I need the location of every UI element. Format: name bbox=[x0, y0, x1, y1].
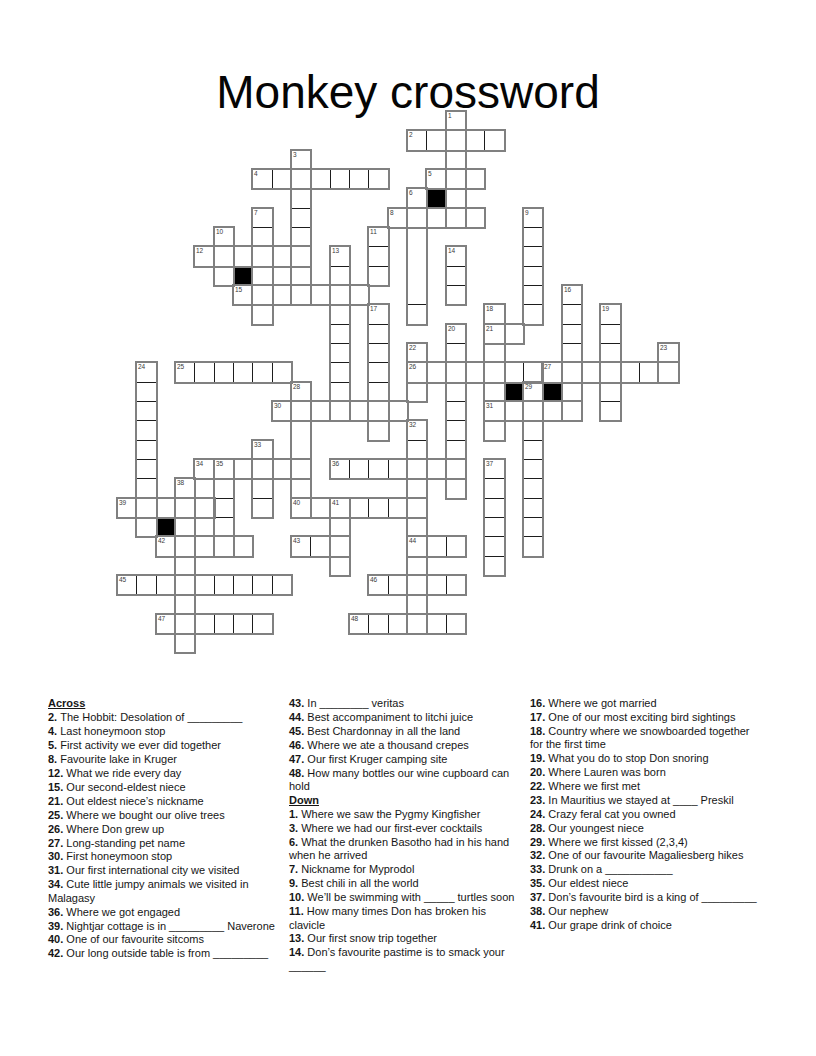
cell-number: 23 bbox=[660, 344, 667, 352]
clue-list-header-across: Across bbox=[48, 697, 275, 710]
grid-cell[interactable] bbox=[175, 517, 195, 537]
clue-24-down: 24. Crazy feral cat you owned bbox=[530, 808, 757, 821]
grid-cell[interactable] bbox=[175, 498, 195, 518]
grid-cell[interactable] bbox=[175, 594, 195, 615]
grid-cell[interactable] bbox=[349, 169, 369, 189]
grid-cell[interactable] bbox=[272, 575, 292, 595]
grid-cell[interactable] bbox=[252, 575, 273, 595]
clue-31-across: 31. Our first international city we visi… bbox=[48, 864, 275, 877]
cell-number: 16 bbox=[564, 286, 571, 294]
grid-cell[interactable] bbox=[523, 285, 543, 305]
grid-cell[interactable] bbox=[407, 575, 427, 595]
grid-cell[interactable] bbox=[542, 401, 563, 421]
cell-number: 46 bbox=[370, 576, 377, 584]
grid-cell[interactable] bbox=[272, 362, 292, 383]
cell-number: 36 bbox=[332, 460, 339, 468]
cell-number: 24 bbox=[138, 363, 145, 371]
grid-cell[interactable] bbox=[407, 594, 427, 615]
grid-cell[interactable] bbox=[426, 208, 447, 228]
grid-cell[interactable] bbox=[407, 517, 427, 537]
grid-cell[interactable] bbox=[600, 343, 621, 363]
clue-36-across: 36. Where we got engaged bbox=[48, 906, 275, 919]
grid-cell[interactable] bbox=[368, 343, 389, 363]
grid-cell[interactable] bbox=[407, 304, 427, 325]
grid-cell[interactable] bbox=[368, 420, 389, 441]
grid-cell[interactable] bbox=[136, 420, 157, 441]
grid-cell[interactable] bbox=[233, 614, 253, 634]
clue-44-across: 44. Best accompaniment to litchi juice bbox=[289, 711, 516, 724]
grid-cell[interactable] bbox=[330, 169, 350, 189]
clue-column: 43. In ________ veritas44. Best accompan… bbox=[289, 697, 530, 974]
grid-cell[interactable] bbox=[310, 285, 331, 305]
clue-7-down: 7. Nickname for Myprodol bbox=[289, 863, 516, 876]
cell-number: 9 bbox=[525, 209, 529, 217]
clue-14-down: 14. Don’s favourite pastime is to smack … bbox=[289, 946, 516, 973]
grid-cell[interactable] bbox=[233, 246, 253, 267]
cell-number: 41 bbox=[332, 499, 339, 507]
cell-number: 13 bbox=[332, 247, 339, 255]
cell-number: 20 bbox=[448, 325, 455, 333]
grid-cell[interactable] bbox=[194, 536, 215, 557]
grid-cell[interactable] bbox=[291, 459, 311, 479]
grid-cell[interactable] bbox=[562, 343, 582, 363]
clue-8-across: 8. Favourite lake in Kruger bbox=[48, 753, 275, 766]
grid-cell[interactable] bbox=[368, 382, 389, 402]
grid-cell[interactable] bbox=[484, 498, 505, 518]
grid-cell[interactable] bbox=[407, 440, 427, 460]
grid-cell[interactable] bbox=[407, 556, 427, 576]
grid-cell[interactable] bbox=[175, 575, 195, 595]
grid-cell[interactable] bbox=[310, 169, 331, 189]
grid-cell[interactable] bbox=[136, 459, 157, 479]
grid-cell[interactable] bbox=[484, 362, 505, 383]
grid-cell[interactable] bbox=[446, 285, 466, 305]
cell-number: 25 bbox=[177, 363, 184, 371]
grid-cell[interactable] bbox=[446, 343, 466, 363]
clue-lists: Across2. The Hobbit: Desolation of _____… bbox=[48, 697, 772, 974]
grid-cell[interactable] bbox=[407, 498, 427, 518]
grid-cell[interactable] bbox=[136, 517, 157, 537]
grid-cell[interactable] bbox=[465, 208, 485, 228]
grid-cell[interactable] bbox=[233, 459, 253, 479]
grid-cell[interactable] bbox=[523, 478, 543, 499]
grid-cell[interactable] bbox=[175, 614, 195, 634]
cell-number: 19 bbox=[602, 305, 609, 313]
cell-number: 35 bbox=[216, 460, 223, 468]
grid-cell[interactable] bbox=[136, 440, 157, 460]
grid-cell[interactable] bbox=[330, 266, 350, 286]
grid-cell[interactable] bbox=[446, 382, 466, 402]
grid-cell[interactable] bbox=[136, 575, 157, 595]
grid-cell[interactable] bbox=[523, 304, 543, 325]
grid-cell[interactable] bbox=[368, 498, 389, 518]
grid-cell[interactable] bbox=[330, 304, 350, 325]
grid-cell[interactable] bbox=[484, 382, 505, 402]
clue-17-down: 17. One of our most exciting bird sighti… bbox=[530, 711, 757, 724]
cell-number: 17 bbox=[370, 305, 377, 313]
clue-21-across: 21. Out eldest niece’s nickname bbox=[48, 795, 275, 808]
cell-number: 18 bbox=[486, 305, 493, 313]
grid-cell[interactable] bbox=[136, 401, 157, 421]
grid-cell[interactable] bbox=[233, 575, 253, 595]
grid-cell[interactable] bbox=[272, 169, 292, 189]
grid-cell[interactable] bbox=[446, 478, 466, 499]
grid-cell[interactable] bbox=[291, 169, 311, 189]
crossword-board: 2458121521252627303134363940424344454647… bbox=[117, 111, 679, 653]
clue-26-across: 26. Where Don grew up bbox=[48, 823, 275, 836]
cell-number: 8 bbox=[390, 209, 394, 217]
grid-cell[interactable] bbox=[194, 498, 215, 518]
grid-cell[interactable] bbox=[194, 575, 215, 595]
grid-cell[interactable] bbox=[388, 575, 408, 595]
grid-cell[interactable] bbox=[523, 401, 543, 421]
cell-number: 40 bbox=[293, 499, 300, 507]
clue-22-down: 22. Where we first met bbox=[530, 780, 757, 793]
grid-cell[interactable] bbox=[136, 478, 157, 499]
grid-cell[interactable] bbox=[368, 169, 389, 189]
clue-28-down: 28. Our youngest niece bbox=[530, 822, 757, 835]
clue-9-down: 9. Best chili in all the world bbox=[289, 877, 516, 890]
grid-cell[interactable] bbox=[388, 459, 408, 479]
cell-number: 12 bbox=[196, 247, 203, 255]
clue-33-down: 33. Drunk on a ___________ bbox=[530, 863, 757, 876]
grid-cell[interactable] bbox=[291, 188, 311, 209]
grid-cell[interactable] bbox=[349, 498, 369, 518]
grid-cell[interactable] bbox=[214, 614, 234, 634]
grid-cell[interactable] bbox=[175, 633, 195, 653]
grid-cell[interactable] bbox=[272, 459, 292, 479]
grid-cell[interactable] bbox=[368, 401, 389, 421]
grid-cell[interactable] bbox=[214, 536, 234, 557]
grid-cell[interactable] bbox=[310, 536, 331, 557]
cell-number: 45 bbox=[119, 576, 126, 584]
grid-cell[interactable] bbox=[407, 478, 427, 499]
grid-cell[interactable] bbox=[600, 382, 621, 402]
grid-cell[interactable] bbox=[446, 150, 466, 170]
cell-number: 2 bbox=[409, 131, 413, 139]
grid-cell[interactable] bbox=[484, 130, 505, 151]
clue-20-down: 20. Where Lauren was born bbox=[530, 766, 757, 779]
grid-cell[interactable] bbox=[446, 536, 466, 557]
grid-cell[interactable] bbox=[446, 130, 466, 151]
grid-cell[interactable] bbox=[446, 440, 466, 460]
cell-number: 28 bbox=[293, 383, 300, 391]
grid-cell[interactable] bbox=[562, 324, 582, 344]
grid-cell[interactable] bbox=[330, 324, 350, 344]
grid-cell[interactable] bbox=[330, 517, 350, 537]
cell-number: 43 bbox=[293, 537, 300, 545]
grid-cell[interactable] bbox=[407, 208, 427, 228]
clue-46-across: 46. Where we ate a thousand crepes bbox=[289, 739, 516, 752]
grid-cell[interactable] bbox=[214, 362, 234, 383]
black-cell bbox=[542, 382, 563, 402]
grid-cell[interactable] bbox=[426, 459, 447, 479]
grid-cell[interactable] bbox=[426, 362, 447, 383]
grid-cell[interactable] bbox=[562, 362, 582, 383]
grid-cell[interactable] bbox=[349, 401, 369, 421]
grid-cell[interactable] bbox=[600, 324, 621, 344]
cell-number: 30 bbox=[274, 402, 281, 410]
clue-41-down: 41. Our grape drink of choice bbox=[530, 919, 757, 932]
grid-cell[interactable] bbox=[136, 382, 157, 402]
cell-number: 21 bbox=[486, 325, 493, 333]
cell-number: 47 bbox=[158, 615, 165, 623]
grid-cell[interactable] bbox=[581, 362, 601, 383]
grid-cell[interactable] bbox=[388, 498, 408, 518]
grid-cell[interactable] bbox=[523, 440, 543, 460]
grid-cell[interactable] bbox=[214, 498, 234, 518]
grid-cell[interactable] bbox=[407, 382, 427, 402]
grid-cell[interactable] bbox=[136, 498, 157, 518]
grid-cell[interactable] bbox=[368, 459, 389, 479]
clue-23-down: 23. In Mauritius we stayed at ____ Presk… bbox=[530, 794, 757, 807]
cell-number: 5 bbox=[428, 170, 432, 178]
grid-cell[interactable] bbox=[484, 420, 505, 441]
grid-cell[interactable] bbox=[600, 401, 621, 421]
grid-cell[interactable] bbox=[310, 498, 331, 518]
grid-cell[interactable] bbox=[523, 517, 543, 537]
cell-number: 7 bbox=[254, 209, 258, 217]
clue-2-across: 2. The Hobbit: Desolation of _________ bbox=[48, 711, 275, 724]
clue-47-across: 47. Our first Kruger camping site bbox=[289, 753, 516, 766]
grid-cell[interactable] bbox=[426, 614, 447, 634]
cell-number: 14 bbox=[448, 247, 455, 255]
grid-cell[interactable] bbox=[330, 556, 350, 576]
grid-cell[interactable] bbox=[484, 478, 505, 499]
grid-cell[interactable] bbox=[523, 459, 543, 479]
clue-27-across: 27. Long-standing pet name bbox=[48, 837, 275, 850]
grid-cell[interactable] bbox=[523, 498, 543, 518]
clue-35-down: 35. Our eldest niece bbox=[530, 877, 757, 890]
grid-cell[interactable] bbox=[368, 614, 389, 634]
grid-cell[interactable] bbox=[330, 536, 350, 557]
grid-cell[interactable] bbox=[291, 208, 311, 228]
clue-6-down: 6. What the drunken Basotho had in his h… bbox=[289, 836, 516, 863]
page: { "title": "Monkey crossword", "game": "… bbox=[0, 0, 816, 1056]
cell-number: 6 bbox=[409, 189, 413, 197]
grid-cell[interactable] bbox=[214, 478, 234, 499]
cell-number: 10 bbox=[216, 228, 223, 236]
grid-cell[interactable] bbox=[484, 556, 505, 576]
grid-cell[interactable] bbox=[252, 459, 273, 479]
cell-number: 29 bbox=[525, 383, 532, 391]
clue-34-across: 34. Cute little jumpy animals we visited… bbox=[48, 878, 275, 905]
clue-16-down: 16. Where we got married bbox=[530, 697, 757, 710]
grid-cell[interactable] bbox=[175, 536, 195, 557]
clue-25-across: 25. Where we bought our olive trees bbox=[48, 809, 275, 822]
grid-cell[interactable] bbox=[446, 459, 466, 479]
grid-cell[interactable] bbox=[233, 536, 253, 557]
grid-cell[interactable] bbox=[330, 285, 350, 305]
grid-cell[interactable] bbox=[620, 362, 640, 383]
grid-cell[interactable] bbox=[504, 401, 524, 421]
cell-number: 39 bbox=[119, 499, 126, 507]
clue-39-across: 39. Nightjar cottage is in _________ Nav… bbox=[48, 920, 275, 933]
grid-cell[interactable] bbox=[349, 459, 369, 479]
clue-45-across: 45. Best Chardonnay in all the land bbox=[289, 725, 516, 738]
grid-cell[interactable] bbox=[523, 227, 543, 247]
clue-1-down: 1. Where we saw the Pygmy Kingfisher bbox=[289, 808, 516, 821]
grid-cell[interactable] bbox=[272, 246, 292, 267]
grid-cell[interactable] bbox=[407, 459, 427, 479]
grid-cell[interactable] bbox=[233, 362, 253, 383]
grid-cell[interactable] bbox=[388, 614, 408, 634]
cell-number: 4 bbox=[254, 170, 258, 178]
grid-cell[interactable] bbox=[426, 575, 447, 595]
grid-cell[interactable] bbox=[523, 420, 543, 441]
grid-cell[interactable] bbox=[446, 362, 466, 383]
grid-cell[interactable] bbox=[252, 227, 273, 247]
grid-cell[interactable] bbox=[194, 362, 215, 383]
grid-cell[interactable] bbox=[446, 420, 466, 441]
grid-cell[interactable] bbox=[194, 614, 215, 634]
grid-cell[interactable] bbox=[214, 266, 234, 286]
grid-cell[interactable] bbox=[252, 285, 273, 305]
black-cell bbox=[156, 517, 176, 537]
clue-5-across: 5. First activity we ever did together bbox=[48, 739, 275, 752]
clue-11-down: 11. How many times Don has broken his cl… bbox=[289, 905, 516, 932]
black-cell bbox=[233, 266, 253, 286]
grid-cell[interactable] bbox=[349, 285, 369, 305]
cell-number: 34 bbox=[196, 460, 203, 468]
clue-43-across: 43. In ________ veritas bbox=[289, 697, 516, 710]
clue-column: Across2. The Hobbit: Desolation of _____… bbox=[48, 697, 289, 974]
grid-cell[interactable] bbox=[330, 382, 350, 402]
cell-number: 22 bbox=[409, 344, 416, 352]
grid-cell[interactable] bbox=[446, 208, 466, 228]
clue-15-across: 15. Our second-eldest niece bbox=[48, 781, 275, 794]
grid-cell[interactable] bbox=[252, 614, 273, 634]
cell-number: 1 bbox=[448, 112, 452, 120]
cell-number: 37 bbox=[486, 460, 493, 468]
grid-cell[interactable] bbox=[214, 575, 234, 595]
grid-cell[interactable] bbox=[175, 556, 195, 576]
clue-29-down: 29. Where we first kissed (2,3,4) bbox=[530, 836, 757, 849]
grid-cell[interactable] bbox=[523, 536, 543, 557]
clue-48-across: 48. How many bottles our wine cupboard c… bbox=[289, 767, 516, 794]
grid-cell[interactable] bbox=[368, 266, 389, 286]
cell-number: 48 bbox=[351, 615, 358, 623]
clue-37-down: 37. Don’s favourite bird is a king of __… bbox=[530, 891, 757, 904]
grid-cell[interactable] bbox=[446, 575, 466, 595]
cell-number: 32 bbox=[409, 421, 416, 429]
grid-cell[interactable] bbox=[426, 536, 447, 557]
grid-cell[interactable] bbox=[252, 362, 273, 383]
grid-cell[interactable] bbox=[368, 362, 389, 383]
grid-cell[interactable] bbox=[504, 362, 524, 383]
grid-cell[interactable] bbox=[252, 478, 273, 499]
grid-cell[interactable] bbox=[446, 169, 466, 189]
grid-cell[interactable] bbox=[504, 324, 524, 344]
clue-32-down: 32. One of our favourite Magaliesberg hi… bbox=[530, 849, 757, 862]
cell-number: 38 bbox=[177, 479, 184, 487]
grid-cell[interactable] bbox=[291, 246, 311, 267]
grid-cell[interactable] bbox=[600, 362, 621, 383]
cell-number: 15 bbox=[235, 286, 242, 294]
grid-cell[interactable] bbox=[523, 246, 543, 267]
cell-number: 33 bbox=[254, 441, 261, 449]
grid-cell[interactable] bbox=[368, 324, 389, 344]
grid-cell[interactable] bbox=[446, 188, 466, 209]
grid-cell[interactable] bbox=[484, 343, 505, 363]
cell-number: 27 bbox=[544, 363, 551, 371]
cell-number: 3 bbox=[293, 151, 297, 159]
grid-cell[interactable] bbox=[388, 401, 408, 421]
grid-cell[interactable] bbox=[252, 498, 273, 518]
grid-cell[interactable] bbox=[407, 614, 427, 634]
clue-19-down: 19. What you do to stop Don snoring bbox=[530, 752, 757, 765]
cell-number: 42 bbox=[158, 537, 165, 545]
grid-cell[interactable] bbox=[484, 536, 505, 557]
clue-30-across: 30. First honeymoon stop bbox=[48, 850, 275, 863]
grid-cell[interactable] bbox=[252, 266, 273, 286]
grid-cell[interactable] bbox=[368, 246, 389, 267]
cell-number: 11 bbox=[370, 228, 377, 236]
grid-cell[interactable] bbox=[252, 246, 273, 267]
grid-cell[interactable] bbox=[465, 169, 485, 189]
grid-cell[interactable] bbox=[639, 362, 659, 383]
grid-cell[interactable] bbox=[291, 401, 311, 421]
grid-cell[interactable] bbox=[446, 266, 466, 286]
grid-cell[interactable] bbox=[330, 362, 350, 383]
grid-cell[interactable] bbox=[291, 266, 311, 286]
grid-cell[interactable] bbox=[562, 382, 582, 402]
grid-cell[interactable] bbox=[156, 498, 176, 518]
cell-number: 31 bbox=[486, 402, 493, 410]
grid-cell[interactable] bbox=[446, 614, 466, 634]
clue-list-header-down: Down bbox=[289, 794, 516, 807]
grid-cell[interactable] bbox=[330, 401, 350, 421]
clue-42-across: 42. Our long outside table is from _____… bbox=[48, 947, 275, 960]
grid-cell[interactable] bbox=[658, 362, 679, 383]
clue-10-down: 10. We’ll be swimming with _____ turtles… bbox=[289, 891, 516, 904]
grid-cell[interactable] bbox=[291, 285, 311, 305]
clue-38-down: 38. Our nephew bbox=[530, 905, 757, 918]
black-cell bbox=[426, 188, 447, 209]
clue-3-down: 3. Where we had our first-ever cocktails bbox=[289, 822, 516, 835]
grid-cell[interactable] bbox=[272, 285, 292, 305]
clue-18-down: 18. Country where we snowboarded togethe… bbox=[530, 725, 757, 752]
clue-4-across: 4. Last honeymoon stop bbox=[48, 725, 275, 738]
black-cell bbox=[504, 382, 524, 402]
grid-cell[interactable] bbox=[156, 575, 176, 595]
clue-13-down: 13. Our first snow trip together bbox=[289, 932, 516, 945]
grid-cell[interactable] bbox=[214, 517, 234, 537]
grid-cell[interactable] bbox=[330, 343, 350, 363]
grid-cell[interactable] bbox=[562, 304, 582, 325]
grid-cell[interactable] bbox=[523, 362, 543, 383]
grid-cell[interactable] bbox=[465, 362, 485, 383]
grid-cell[interactable] bbox=[310, 401, 331, 421]
clue-12-across: 12. What we ride every day bbox=[48, 767, 275, 780]
grid-cell[interactable] bbox=[484, 517, 505, 537]
grid-cell[interactable] bbox=[465, 130, 485, 151]
clue-column: 16. Where we got married17. One of our m… bbox=[530, 697, 771, 974]
grid-cell[interactable] bbox=[291, 478, 311, 499]
grid-cell[interactable] bbox=[252, 304, 273, 325]
clue-40-across: 40. One of our favourite sitcoms bbox=[48, 933, 275, 946]
grid-cell[interactable] bbox=[214, 246, 234, 267]
grid-cell[interactable] bbox=[523, 266, 543, 286]
grid-cell[interactable] bbox=[426, 130, 447, 151]
cell-number: 44 bbox=[409, 537, 416, 545]
grid-cell[interactable] bbox=[291, 227, 311, 247]
cell-number: 26 bbox=[409, 363, 416, 371]
grid-cell[interactable] bbox=[562, 401, 582, 421]
